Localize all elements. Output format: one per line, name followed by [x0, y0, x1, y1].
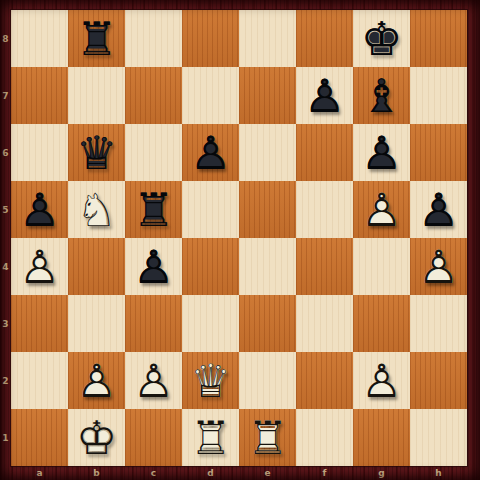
- piece-white-pawn: ♟♙: [68, 352, 125, 409]
- white-pawn-outline-icon: ♙: [11, 238, 68, 295]
- black-rook-outline-icon: ♖: [125, 181, 182, 238]
- square-h6[interactable]: [410, 124, 467, 181]
- piece-black-pawn: ♟♙: [353, 124, 410, 181]
- black-pawn-outline-icon: ♙: [296, 67, 353, 124]
- black-bishop-outline-icon: ♗: [353, 67, 410, 124]
- square-g4[interactable]: [353, 238, 410, 295]
- rank-label-5: 5: [0, 181, 11, 238]
- square-b4[interactable]: [68, 238, 125, 295]
- square-a8[interactable]: [11, 10, 68, 67]
- file-label-h: h: [410, 466, 467, 480]
- square-a6[interactable]: [11, 124, 68, 181]
- piece-black-queen: ♛♕: [68, 124, 125, 181]
- square-c1[interactable]: [125, 409, 182, 466]
- square-a4[interactable]: ♟♙: [11, 238, 68, 295]
- file-label-f: f: [296, 466, 353, 480]
- square-d5[interactable]: [182, 181, 239, 238]
- square-f6[interactable]: [296, 124, 353, 181]
- file-label-a: a: [11, 466, 68, 480]
- rank-label-3: 3: [0, 295, 11, 352]
- square-e3[interactable]: [239, 295, 296, 352]
- square-f2[interactable]: [296, 352, 353, 409]
- square-h8[interactable]: [410, 10, 467, 67]
- square-a3[interactable]: [11, 295, 68, 352]
- square-f8[interactable]: [296, 10, 353, 67]
- black-king-outline-icon: ♔: [353, 10, 410, 67]
- square-b1[interactable]: ♚♔: [68, 409, 125, 466]
- square-h2[interactable]: [410, 352, 467, 409]
- square-d2[interactable]: ♛♕: [182, 352, 239, 409]
- square-c3[interactable]: [125, 295, 182, 352]
- square-a1[interactable]: [11, 409, 68, 466]
- square-a7[interactable]: [11, 67, 68, 124]
- square-e1[interactable]: ♜♖: [239, 409, 296, 466]
- piece-black-pawn: ♟♙: [11, 181, 68, 238]
- piece-white-pawn: ♟♙: [410, 238, 467, 295]
- square-a2[interactable]: [11, 352, 68, 409]
- square-g1[interactable]: [353, 409, 410, 466]
- black-pawn-outline-icon: ♙: [182, 124, 239, 181]
- square-b8[interactable]: ♜♖: [68, 10, 125, 67]
- square-b6[interactable]: ♛♕: [68, 124, 125, 181]
- piece-black-pawn: ♟♙: [410, 181, 467, 238]
- piece-black-rook: ♜♖: [68, 10, 125, 67]
- piece-black-rook: ♜♖: [125, 181, 182, 238]
- square-g7[interactable]: ♝♗: [353, 67, 410, 124]
- square-d1[interactable]: ♜♖: [182, 409, 239, 466]
- square-d3[interactable]: [182, 295, 239, 352]
- square-e7[interactable]: [239, 67, 296, 124]
- file-label-c: c: [125, 466, 182, 480]
- rank-label-8: 8: [0, 10, 11, 67]
- rank-label-4: 4: [0, 238, 11, 295]
- piece-white-king: ♚♔: [68, 409, 125, 466]
- white-pawn-outline-icon: ♙: [353, 352, 410, 409]
- black-pawn-outline-icon: ♙: [410, 181, 467, 238]
- white-pawn-outline-icon: ♙: [410, 238, 467, 295]
- file-label-d: d: [182, 466, 239, 480]
- file-label-b: b: [68, 466, 125, 480]
- rank-label-1: 1: [0, 409, 11, 466]
- square-f7[interactable]: ♟♙: [296, 67, 353, 124]
- file-label-g: g: [353, 466, 410, 480]
- square-h5[interactable]: ♟♙: [410, 181, 467, 238]
- square-e6[interactable]: [239, 124, 296, 181]
- file-label-e: e: [239, 466, 296, 480]
- piece-white-pawn: ♟♙: [125, 352, 182, 409]
- square-a5[interactable]: ♟♙: [11, 181, 68, 238]
- square-d8[interactable]: [182, 10, 239, 67]
- square-b5[interactable]: ♞♘: [68, 181, 125, 238]
- rank-labels: 87654321: [0, 10, 11, 466]
- square-g2[interactable]: ♟♙: [353, 352, 410, 409]
- square-e4[interactable]: [239, 238, 296, 295]
- piece-white-pawn: ♟♙: [353, 181, 410, 238]
- square-g3[interactable]: [353, 295, 410, 352]
- chess-board: ♜♖♚♔♟♙♝♗♛♕♟♙♟♙♟♙♞♘♜♖♟♙♟♙♟♙♟♙♟♙♟♙♟♙♛♕♟♙♚♔…: [11, 10, 467, 466]
- square-d7[interactable]: [182, 67, 239, 124]
- square-h1[interactable]: [410, 409, 467, 466]
- square-b7[interactable]: [68, 67, 125, 124]
- piece-black-pawn: ♟♙: [125, 238, 182, 295]
- square-d4[interactable]: [182, 238, 239, 295]
- square-f1[interactable]: [296, 409, 353, 466]
- square-c8[interactable]: [125, 10, 182, 67]
- square-h3[interactable]: [410, 295, 467, 352]
- black-rook-outline-icon: ♖: [68, 10, 125, 67]
- black-pawn-outline-icon: ♙: [11, 181, 68, 238]
- square-c4[interactable]: ♟♙: [125, 238, 182, 295]
- piece-white-knight: ♞♘: [68, 181, 125, 238]
- square-f4[interactable]: [296, 238, 353, 295]
- piece-white-rook: ♜♖: [182, 409, 239, 466]
- square-f3[interactable]: [296, 295, 353, 352]
- piece-white-pawn: ♟♙: [11, 238, 68, 295]
- square-g8[interactable]: ♚♔: [353, 10, 410, 67]
- square-c7[interactable]: [125, 67, 182, 124]
- chess-app-window: ♜♖♚♔♟♙♝♗♛♕♟♙♟♙♟♙♞♘♜♖♟♙♟♙♟♙♟♙♟♙♟♙♟♙♛♕♟♙♚♔…: [0, 0, 480, 480]
- square-f5[interactable]: [296, 181, 353, 238]
- white-king-outline-icon: ♔: [68, 409, 125, 466]
- piece-black-pawn: ♟♙: [182, 124, 239, 181]
- piece-black-pawn: ♟♙: [296, 67, 353, 124]
- piece-white-queen: ♛♕: [182, 352, 239, 409]
- rank-label-6: 6: [0, 124, 11, 181]
- white-knight-outline-icon: ♘: [68, 181, 125, 238]
- black-pawn-outline-icon: ♙: [125, 238, 182, 295]
- square-b2[interactable]: ♟♙: [68, 352, 125, 409]
- piece-black-bishop: ♝♗: [353, 67, 410, 124]
- square-e5[interactable]: [239, 181, 296, 238]
- black-queen-outline-icon: ♕: [68, 124, 125, 181]
- rank-label-7: 7: [0, 67, 11, 124]
- rank-label-2: 2: [0, 352, 11, 409]
- white-rook-outline-icon: ♖: [239, 409, 296, 466]
- black-pawn-outline-icon: ♙: [353, 124, 410, 181]
- square-d6[interactable]: ♟♙: [182, 124, 239, 181]
- piece-black-king: ♚♔: [353, 10, 410, 67]
- square-g6[interactable]: ♟♙: [353, 124, 410, 181]
- white-pawn-outline-icon: ♙: [353, 181, 410, 238]
- square-h4[interactable]: ♟♙: [410, 238, 467, 295]
- piece-white-rook: ♜♖: [239, 409, 296, 466]
- file-labels: abcdefgh: [11, 466, 467, 480]
- white-queen-outline-icon: ♕: [182, 352, 239, 409]
- square-c6[interactable]: [125, 124, 182, 181]
- white-pawn-outline-icon: ♙: [68, 352, 125, 409]
- square-c2[interactable]: ♟♙: [125, 352, 182, 409]
- square-g5[interactable]: ♟♙: [353, 181, 410, 238]
- white-rook-outline-icon: ♖: [182, 409, 239, 466]
- white-pawn-outline-icon: ♙: [125, 352, 182, 409]
- piece-white-pawn: ♟♙: [353, 352, 410, 409]
- square-e2[interactable]: [239, 352, 296, 409]
- square-b3[interactable]: [68, 295, 125, 352]
- square-e8[interactable]: [239, 10, 296, 67]
- square-c5[interactable]: ♜♖: [125, 181, 182, 238]
- square-h7[interactable]: [410, 67, 467, 124]
